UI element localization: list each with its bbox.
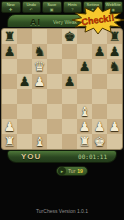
- square-e7[interactable]: [62, 44, 77, 59]
- piece-white-rook[interactable]: ♜: [2, 134, 17, 149]
- square-g6[interactable]: [92, 59, 107, 74]
- square-h1[interactable]: [107, 134, 122, 149]
- square-b7[interactable]: [17, 44, 32, 59]
- square-c8[interactable]: [32, 29, 47, 44]
- square-a6[interactable]: [2, 59, 17, 74]
- piece-black-pawn[interactable]: ♟: [62, 74, 77, 89]
- square-b1[interactable]: [17, 134, 32, 149]
- square-d3[interactable]: [47, 104, 62, 119]
- toolbar-button-save[interactable]: Save▣: [42, 1, 62, 13]
- square-d2[interactable]: [47, 119, 62, 134]
- square-h7[interactable]: ♟: [107, 44, 122, 59]
- piece-white-pawn[interactable]: ♟: [32, 74, 47, 89]
- piece-white-pawn[interactable]: ♟: [107, 119, 122, 134]
- player-bar: YOU 00:01:11: [7, 150, 117, 163]
- square-c4[interactable]: [32, 89, 47, 104]
- piece-black-knight[interactable]: ♞: [32, 44, 47, 59]
- piece-black-knight[interactable]: ♞: [107, 59, 122, 74]
- square-a7[interactable]: ♟: [2, 44, 17, 59]
- square-b2[interactable]: [17, 119, 32, 134]
- square-d5[interactable]: [47, 74, 62, 89]
- square-e2[interactable]: [62, 119, 77, 134]
- toolbar-button-label: Undo: [26, 3, 36, 7]
- square-b8[interactable]: [17, 29, 32, 44]
- square-d4[interactable]: [47, 89, 62, 104]
- player-clock: 00:01:11: [78, 153, 107, 160]
- square-a2[interactable]: ♟: [2, 119, 17, 134]
- square-e1[interactable]: [62, 134, 77, 149]
- toolbar-button-undo[interactable]: Undo↶: [22, 1, 42, 13]
- piece-white-king[interactable]: ♚: [92, 134, 107, 149]
- square-c5[interactable]: ♟: [32, 74, 47, 89]
- square-f3[interactable]: ♝: [77, 104, 92, 119]
- move-counter[interactable]: ▸ Tur 19: [56, 166, 88, 176]
- square-e4[interactable]: [62, 89, 77, 104]
- square-e6[interactable]: [62, 59, 77, 74]
- piece-white-queen[interactable]: ♛: [32, 59, 47, 74]
- square-f7[interactable]: [77, 44, 92, 59]
- square-b5[interactable]: ♟: [17, 74, 32, 89]
- new-icon: ✚: [9, 8, 12, 12]
- piece-black-pawn[interactable]: ♟: [107, 44, 122, 59]
- square-g2[interactable]: ♟: [92, 119, 107, 134]
- piece-white-pawn[interactable]: ♟: [77, 119, 92, 134]
- move-counter-value: 19: [77, 169, 83, 174]
- toolbar-button-label: Save: [47, 3, 56, 7]
- toolbar-button-new[interactable]: New✚: [1, 1, 21, 13]
- piece-white-pawn[interactable]: ♟: [2, 119, 17, 134]
- square-a1[interactable]: ♜: [2, 134, 17, 149]
- square-g3[interactable]: [92, 104, 107, 119]
- square-d1[interactable]: [47, 134, 62, 149]
- square-h4[interactable]: [107, 89, 122, 104]
- piece-black-pawn[interactable]: ♟: [92, 44, 107, 59]
- square-e5[interactable]: ♟: [62, 74, 77, 89]
- opponent-name: AI: [30, 17, 41, 27]
- square-g7[interactable]: ♟: [92, 44, 107, 59]
- square-h2[interactable]: ♟: [107, 119, 122, 134]
- square-g4[interactable]: [92, 89, 107, 104]
- check-alert: Check!!: [72, 6, 124, 34]
- square-g1[interactable]: ♚: [92, 134, 107, 149]
- square-h3[interactable]: [107, 104, 122, 119]
- piece-white-bishop[interactable]: ♝: [77, 104, 92, 119]
- square-d8[interactable]: [47, 29, 62, 44]
- square-c6[interactable]: ♛: [32, 59, 47, 74]
- square-c2[interactable]: [32, 119, 47, 134]
- piece-black-pawn[interactable]: ♟: [2, 44, 17, 59]
- toolbar-button-label: New: [7, 3, 15, 7]
- piece-white-bishop[interactable]: ♝: [32, 134, 47, 149]
- square-b3[interactable]: [17, 104, 32, 119]
- square-g5[interactable]: [92, 74, 107, 89]
- square-d6[interactable]: [47, 59, 62, 74]
- square-f5[interactable]: [77, 74, 92, 89]
- player-name: YOU: [21, 152, 41, 161]
- piece-white-rook[interactable]: ♜: [77, 134, 92, 149]
- piece-black-pawn[interactable]: ♟: [77, 59, 92, 74]
- square-f2[interactable]: ♟: [77, 119, 92, 134]
- turn-icon: ▸: [58, 167, 66, 175]
- square-a5[interactable]: [2, 74, 17, 89]
- square-b6[interactable]: [17, 59, 32, 74]
- square-a3[interactable]: [2, 104, 17, 119]
- piece-black-pawn[interactable]: ♟: [17, 74, 32, 89]
- square-c3[interactable]: [32, 104, 47, 119]
- square-f6[interactable]: ♟: [77, 59, 92, 74]
- undo-icon: ↶: [30, 8, 33, 12]
- square-h6[interactable]: ♞: [107, 59, 122, 74]
- square-d7[interactable]: [47, 44, 62, 59]
- square-f4[interactable]: [77, 89, 92, 104]
- chess-board: ♜♚♜♟♞♟♟♛♟♞♟♟♟♝♟♟♟♟♜♝♜♚: [2, 29, 122, 149]
- move-counter-label: Tur: [68, 169, 75, 174]
- square-f1[interactable]: ♜: [77, 134, 92, 149]
- square-c7[interactable]: ♞: [32, 44, 47, 59]
- square-a8[interactable]: ♜: [2, 29, 17, 44]
- piece-white-pawn[interactable]: ♟: [92, 119, 107, 134]
- piece-black-rook[interactable]: ♜: [2, 29, 17, 44]
- square-a4[interactable]: [2, 89, 17, 104]
- square-e3[interactable]: [62, 104, 77, 119]
- square-b4[interactable]: [17, 89, 32, 104]
- square-h5[interactable]: [107, 74, 122, 89]
- save-icon: ▣: [50, 8, 54, 12]
- square-c1[interactable]: ♝: [32, 134, 47, 149]
- app-version: TurChess Version 1.0.1: [0, 208, 124, 214]
